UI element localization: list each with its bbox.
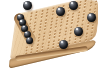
black-marble-r3c8[interactable] — [56, 7, 65, 16]
tray-black-marble-5[interactable] — [26, 37, 33, 44]
black-marble-r2c9[interactable] — [69, 1, 78, 10]
black-marble-r10c11[interactable] — [74, 27, 83, 36]
black-marble-r12c8[interactable] — [59, 40, 68, 49]
black-marble-r6c13[interactable] — [87, 13, 96, 22]
board-photo-stage — [0, 0, 98, 75]
black-marble-r1c2[interactable] — [23, 1, 32, 10]
